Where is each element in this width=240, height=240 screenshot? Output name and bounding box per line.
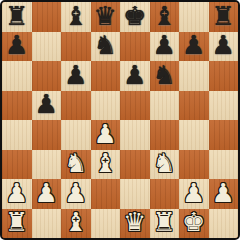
square-f1[interactable]: ♜ xyxy=(150,209,180,239)
white-rook-a1[interactable]: ♜ xyxy=(5,209,28,238)
black-rook-h8[interactable]: ♜ xyxy=(212,2,235,31)
square-b1[interactable] xyxy=(32,209,62,239)
white-rook-f1[interactable]: ♜ xyxy=(153,209,176,238)
white-queen-e1[interactable]: ♛ xyxy=(123,209,146,238)
white-knight-c3[interactable]: ♞ xyxy=(64,150,87,179)
black-pawn-h7[interactable]: ♟ xyxy=(212,32,235,61)
white-pawn-b2[interactable]: ♟ xyxy=(35,179,58,208)
white-pawn-c2[interactable]: ♟ xyxy=(64,179,87,208)
square-c7[interactable] xyxy=(61,32,91,62)
square-h6[interactable] xyxy=(209,61,239,91)
square-f7[interactable]: ♟ xyxy=(150,32,180,62)
square-c6[interactable]: ♟ xyxy=(61,61,91,91)
black-bishop-f8[interactable]: ♝ xyxy=(153,2,176,31)
black-pawn-c6[interactable]: ♟ xyxy=(64,61,87,90)
square-b4[interactable] xyxy=(32,120,62,150)
square-d1[interactable] xyxy=(91,209,121,239)
black-knight-f6[interactable]: ♞ xyxy=(153,61,176,90)
square-h2[interactable]: ♟ xyxy=(209,179,239,209)
square-c8[interactable]: ♝ xyxy=(61,2,91,32)
square-f6[interactable]: ♞ xyxy=(150,61,180,91)
square-g1[interactable]: ♚ xyxy=(179,209,209,239)
square-e7[interactable] xyxy=(120,32,150,62)
square-b3[interactable] xyxy=(32,150,62,180)
chess-board: ♜♝♛♚♝♜♟♞♟♟♟♟♟♞♟♟♞♝♞♟♟♟♟♟♜♝♛♜♚ xyxy=(2,2,238,238)
black-bishop-c8[interactable]: ♝ xyxy=(64,2,87,31)
black-knight-d7[interactable]: ♞ xyxy=(94,32,117,61)
square-a6[interactable] xyxy=(2,61,32,91)
square-h3[interactable] xyxy=(209,150,239,180)
square-a7[interactable]: ♟ xyxy=(2,32,32,62)
square-e6[interactable]: ♟ xyxy=(120,61,150,91)
square-g8[interactable] xyxy=(179,2,209,32)
square-b8[interactable] xyxy=(32,2,62,32)
white-knight-f3[interactable]: ♞ xyxy=(153,150,176,179)
chess-board-frame: ♜♝♛♚♝♜♟♞♟♟♟♟♟♞♟♟♞♝♞♟♟♟♟♟♜♝♛♜♚ xyxy=(0,0,240,240)
white-pawn-d4[interactable]: ♟ xyxy=(94,120,117,149)
square-d8[interactable]: ♛ xyxy=(91,2,121,32)
square-e3[interactable] xyxy=(120,150,150,180)
square-c1[interactable]: ♝ xyxy=(61,209,91,239)
black-queen-d8[interactable]: ♛ xyxy=(94,2,117,31)
square-b6[interactable] xyxy=(32,61,62,91)
square-d6[interactable] xyxy=(91,61,121,91)
white-king-g1[interactable]: ♚ xyxy=(182,209,205,238)
square-h4[interactable] xyxy=(209,120,239,150)
square-e4[interactable] xyxy=(120,120,150,150)
black-pawn-b5[interactable]: ♟ xyxy=(35,91,58,120)
square-d4[interactable]: ♟ xyxy=(91,120,121,150)
white-pawn-g2[interactable]: ♟ xyxy=(182,179,205,208)
square-b2[interactable]: ♟ xyxy=(32,179,62,209)
square-d3[interactable]: ♝ xyxy=(91,150,121,180)
square-a3[interactable] xyxy=(2,150,32,180)
square-g3[interactable] xyxy=(179,150,209,180)
square-d7[interactable]: ♞ xyxy=(91,32,121,62)
white-bishop-c1[interactable]: ♝ xyxy=(64,209,87,238)
square-d2[interactable] xyxy=(91,179,121,209)
square-e2[interactable] xyxy=(120,179,150,209)
square-e8[interactable]: ♚ xyxy=(120,2,150,32)
black-pawn-e6[interactable]: ♟ xyxy=(123,61,146,90)
white-pawn-a2[interactable]: ♟ xyxy=(5,179,28,208)
square-c2[interactable]: ♟ xyxy=(61,179,91,209)
square-b5[interactable]: ♟ xyxy=(32,91,62,121)
square-h8[interactable]: ♜ xyxy=(209,2,239,32)
square-b7[interactable] xyxy=(32,32,62,62)
square-f8[interactable]: ♝ xyxy=(150,2,180,32)
square-d5[interactable] xyxy=(91,91,121,121)
square-g6[interactable] xyxy=(179,61,209,91)
square-h1[interactable] xyxy=(209,209,239,239)
square-e1[interactable]: ♛ xyxy=(120,209,150,239)
square-c5[interactable] xyxy=(61,91,91,121)
square-c3[interactable]: ♞ xyxy=(61,150,91,180)
square-g7[interactable]: ♟ xyxy=(179,32,209,62)
black-rook-a8[interactable]: ♜ xyxy=(5,2,28,31)
square-e5[interactable] xyxy=(120,91,150,121)
black-pawn-g7[interactable]: ♟ xyxy=(182,32,205,61)
white-bishop-d3[interactable]: ♝ xyxy=(94,150,117,179)
square-h5[interactable] xyxy=(209,91,239,121)
square-a5[interactable] xyxy=(2,91,32,121)
square-f4[interactable] xyxy=(150,120,180,150)
square-f2[interactable] xyxy=(150,179,180,209)
square-a8[interactable]: ♜ xyxy=(2,2,32,32)
square-a1[interactable]: ♜ xyxy=(2,209,32,239)
square-g5[interactable] xyxy=(179,91,209,121)
square-c4[interactable] xyxy=(61,120,91,150)
square-f3[interactable]: ♞ xyxy=(150,150,180,180)
black-pawn-f7[interactable]: ♟ xyxy=(153,32,176,61)
square-a4[interactable] xyxy=(2,120,32,150)
square-f5[interactable] xyxy=(150,91,180,121)
square-g2[interactable]: ♟ xyxy=(179,179,209,209)
square-a2[interactable]: ♟ xyxy=(2,179,32,209)
white-pawn-h2[interactable]: ♟ xyxy=(212,179,235,208)
square-g4[interactable] xyxy=(179,120,209,150)
black-king-e8[interactable]: ♚ xyxy=(123,2,146,31)
square-h7[interactable]: ♟ xyxy=(209,32,239,62)
black-pawn-a7[interactable]: ♟ xyxy=(5,32,28,61)
